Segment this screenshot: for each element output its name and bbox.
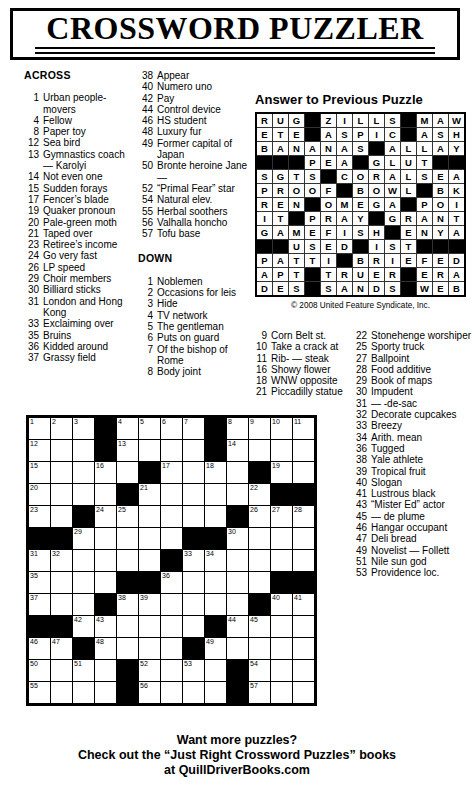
- cell-r9c3[interactable]: [73, 594, 94, 615]
- cell-r4c11[interactable]: 22: [249, 484, 270, 505]
- answer-letter-cell: E: [321, 156, 336, 169]
- cell-r7c3[interactable]: [73, 550, 94, 571]
- cell-r2c11[interactable]: [249, 440, 270, 461]
- clue-text: Quaker pronoun: [39, 205, 115, 216]
- clue-number: 39: [352, 466, 367, 477]
- cell-r4c4[interactable]: [95, 484, 116, 505]
- cell-r3c10[interactable]: [227, 462, 248, 483]
- clue-number: 29: [352, 375, 367, 386]
- down-clue-22: 22Stonehenge worshiper: [352, 330, 472, 341]
- answer-letter-cell: D: [257, 282, 272, 295]
- cell-r7c8[interactable]: 33: [183, 550, 204, 571]
- answer-letter-cell: O: [289, 184, 304, 197]
- cell-r2c7[interactable]: [161, 440, 182, 461]
- cell-number: 22: [250, 484, 258, 492]
- answer-panel-heading: Answer to Previous Puzzle: [255, 92, 469, 107]
- across-clue-40: 40Numero uno: [138, 81, 252, 92]
- cell-r2c2[interactable]: [51, 440, 72, 461]
- clue-number: 48: [138, 126, 153, 137]
- cell-number: 13: [118, 440, 126, 448]
- cell-r5c13[interactable]: 28: [293, 506, 314, 527]
- answer-letter-cell: S: [257, 170, 272, 183]
- cell-r4c7[interactable]: [161, 484, 182, 505]
- clue-number: 31: [352, 398, 367, 409]
- answer-letter-cell: G: [369, 198, 384, 211]
- clue-number: 21: [252, 386, 267, 397]
- answer-letter-cell: N: [417, 226, 432, 239]
- across-clue-35: 35Bruins: [24, 330, 136, 341]
- answer-letter-cell: O: [321, 198, 336, 211]
- answer-black-cell: [305, 114, 320, 127]
- answer-letter-cell: L: [369, 114, 384, 127]
- cell-r8c3[interactable]: [73, 572, 94, 593]
- clue-number: 26: [24, 262, 39, 273]
- cell-r4c9[interactable]: [205, 484, 226, 505]
- across-clue-37: 37Grassy field: [24, 352, 136, 363]
- clue-text: Arith. mean: [367, 432, 422, 443]
- answer-letter-cell: L: [385, 156, 400, 169]
- answer-letter-cell: M: [417, 114, 432, 127]
- cell-r8c1[interactable]: 35: [29, 572, 50, 593]
- answer-letter-cell: N: [289, 198, 304, 211]
- clue-number: 16: [252, 364, 267, 375]
- answer-letter-cell: P: [257, 184, 272, 197]
- answer-letter-cell: C: [385, 128, 400, 141]
- cell-r10c12[interactable]: [271, 616, 292, 637]
- cell-r12c12[interactable]: [271, 660, 292, 681]
- answer-letter-cell: A: [337, 156, 352, 169]
- cell-r12c3[interactable]: 51: [73, 660, 94, 681]
- cell-r3c12[interactable]: 19: [271, 462, 292, 483]
- black-cell-r1c4: [95, 418, 116, 439]
- answer-letter-cell: R: [321, 212, 336, 225]
- clue-number: 38: [352, 454, 367, 465]
- answer-black-cell: [257, 240, 272, 253]
- answer-letter-cell: M: [337, 198, 352, 211]
- across-clue-12: 12Sea bird: [24, 137, 136, 148]
- cell-r2c1[interactable]: 12: [29, 440, 50, 461]
- black-cell-r3c11: [249, 462, 270, 483]
- cell-r2c13[interactable]: [293, 440, 314, 461]
- cell-r7c4[interactable]: [95, 550, 116, 571]
- cell-r9c10[interactable]: [227, 594, 248, 615]
- cell-r6c5[interactable]: [117, 528, 138, 549]
- cell-r10c11[interactable]: 45: [249, 616, 270, 637]
- cell-r7c11[interactable]: [249, 550, 270, 571]
- answer-letter-cell: B: [257, 142, 272, 155]
- answer-letter-cell: F: [321, 226, 336, 239]
- cell-r9c9[interactable]: [205, 594, 226, 615]
- cell-r2c3[interactable]: [73, 440, 94, 461]
- cell-r6c11[interactable]: [249, 528, 270, 549]
- cell-r7c13[interactable]: [293, 550, 314, 571]
- cell-number: 55: [30, 682, 38, 690]
- cell-r9c6[interactable]: 39: [139, 594, 160, 615]
- cell-number: 41: [294, 594, 302, 602]
- cell-r6c12[interactable]: [271, 528, 292, 549]
- cell-r1c5[interactable]: 4: [117, 418, 138, 439]
- answer-black-cell: [289, 212, 304, 225]
- cell-r1c6[interactable]: 5: [139, 418, 160, 439]
- answer-black-cell: [305, 198, 320, 211]
- cell-r10c6[interactable]: [139, 616, 160, 637]
- clue-text: Retiree’s income: [39, 239, 117, 250]
- clue-number: 6: [138, 332, 153, 343]
- cell-r11c5[interactable]: [117, 638, 138, 659]
- cell-r7c9[interactable]: 34: [205, 550, 226, 571]
- clue-number: 20: [24, 217, 39, 228]
- cell-number: 56: [140, 682, 148, 690]
- cell-r12c2[interactable]: [51, 660, 72, 681]
- cell-r7c12[interactable]: [271, 550, 292, 571]
- cell-number: 25: [118, 506, 126, 514]
- down-clue-8: 8Body joint: [138, 366, 252, 377]
- down-clue-21: 21Piccadilly statue: [252, 386, 352, 397]
- answer-letter-cell: A: [305, 142, 320, 155]
- clue-number: 7: [138, 344, 153, 367]
- cell-r6c7[interactable]: [161, 528, 182, 549]
- cell-r8c10[interactable]: [227, 572, 248, 593]
- cell-r10c13[interactable]: [293, 616, 314, 637]
- clue-text: Bruins: [39, 330, 71, 341]
- cell-r3c2[interactable]: [51, 462, 72, 483]
- cell-r9c12[interactable]: 40: [271, 594, 292, 615]
- clue-text: WNW opposite: [267, 375, 338, 386]
- clue-text: Urban people-movers: [39, 92, 136, 115]
- cell-r2c10[interactable]: 14: [227, 440, 248, 461]
- cell-r1c3[interactable]: 3: [73, 418, 94, 439]
- cell-r9c2[interactable]: [51, 594, 72, 615]
- cell-r6c6[interactable]: [139, 528, 160, 549]
- cell-r9c1[interactable]: 37: [29, 594, 50, 615]
- answer-letter-cell: M: [289, 226, 304, 239]
- cell-r13c11[interactable]: 57: [249, 682, 270, 703]
- answer-letter-cell: P: [257, 254, 272, 267]
- cell-r10c8[interactable]: [183, 616, 204, 637]
- black-cell-r6c9: [205, 528, 226, 549]
- cell-r8c2[interactable]: [51, 572, 72, 593]
- cell-r2c8[interactable]: [183, 440, 204, 461]
- cell-number: 23: [30, 506, 38, 514]
- down-clue-9: 9Corn Belt st.: [252, 330, 352, 341]
- cell-r11c7[interactable]: [161, 638, 182, 659]
- cell-number: 39: [140, 594, 148, 602]
- down-clue-6: 6Puts on guard: [138, 332, 252, 343]
- black-cell-r5c10: [227, 506, 248, 527]
- cell-r11c10[interactable]: [227, 638, 248, 659]
- cell-number: 30: [228, 528, 236, 536]
- answer-black-cell: [305, 282, 320, 295]
- cell-r5c1[interactable]: 23: [29, 506, 50, 527]
- cell-r13c4[interactable]: [95, 682, 116, 703]
- clue-number: 29: [24, 273, 39, 284]
- cell-r11c12[interactable]: [271, 638, 292, 659]
- cell-r11c1[interactable]: 46: [29, 638, 50, 659]
- cell-r13c2[interactable]: [51, 682, 72, 703]
- cell-r10c3[interactable]: 42: [73, 616, 94, 637]
- clue-number: 47: [352, 533, 367, 544]
- answer-letter-cell: S: [305, 240, 320, 253]
- cell-r5c6[interactable]: [139, 506, 160, 527]
- answer-letter-cell: C: [337, 170, 352, 183]
- black-cell-r10c1: [29, 616, 50, 637]
- answer-letter-cell: E: [401, 254, 416, 267]
- answer-letter-cell: S: [337, 128, 352, 141]
- cell-r5c4[interactable]: 24: [95, 506, 116, 527]
- answer-letter-cell: D: [369, 282, 384, 295]
- cell-r9c5[interactable]: 38: [117, 594, 138, 615]
- cell-r12c1[interactable]: 50: [29, 660, 50, 681]
- cell-number: 5: [140, 418, 144, 426]
- clue-text: Lustrous black: [367, 488, 435, 499]
- down-clue-3: 3Hide: [138, 298, 252, 309]
- down-clue-45: 45— de plume: [352, 511, 472, 522]
- cell-r6c3[interactable]: 29: [73, 528, 94, 549]
- cell-r8c4[interactable]: [95, 572, 116, 593]
- across-clue-15: 15Sudden forays: [24, 183, 136, 194]
- answer-grid: RUGZILLSMAWETEASPICASHBANANASALLAYPEAGLU…: [255, 112, 466, 297]
- cell-r5c11[interactable]: 26: [249, 506, 270, 527]
- footer-line-3: at QuillDriverBooks.com: [0, 763, 474, 778]
- cell-number: 37: [30, 594, 38, 602]
- answer-letter-cell: A: [449, 226, 464, 239]
- answer-letter-cell: A: [257, 268, 272, 281]
- cell-r2c12[interactable]: [271, 440, 292, 461]
- across-clue-21: 21Taped over: [24, 228, 136, 239]
- cell-r13c3[interactable]: [73, 682, 94, 703]
- black-cell-r4c5: [117, 484, 138, 505]
- cell-r6c10[interactable]: 30: [227, 528, 248, 549]
- cell-r12c11[interactable]: 54: [249, 660, 270, 681]
- cell-r3c3[interactable]: [73, 462, 94, 483]
- cell-r1c1[interactable]: 1: [29, 418, 50, 439]
- cell-r11c6[interactable]: [139, 638, 160, 659]
- cell-r13c13[interactable]: [293, 682, 314, 703]
- cell-r3c1[interactable]: 15: [29, 462, 50, 483]
- cell-number: 35: [30, 572, 38, 580]
- cell-r5c12[interactable]: 27: [271, 506, 292, 527]
- answer-letter-cell: R: [369, 170, 384, 183]
- cell-r10c7[interactable]: [161, 616, 182, 637]
- across-clue-49: 49Former capital of Japan: [138, 138, 252, 161]
- cell-r3c4[interactable]: 16: [95, 462, 116, 483]
- cell-number: 38: [118, 594, 126, 602]
- cell-number: 27: [272, 506, 280, 514]
- answer-black-cell: [433, 156, 448, 169]
- clue-number: 40: [352, 477, 367, 488]
- cell-number: 19: [272, 462, 280, 470]
- cell-r5c7[interactable]: [161, 506, 182, 527]
- cell-number: 12: [30, 440, 38, 448]
- cell-r3c7[interactable]: 17: [161, 462, 182, 483]
- down-clue-18: 18WNW opposite: [252, 375, 352, 386]
- clue-number: 2: [138, 287, 153, 298]
- cell-r12c4[interactable]: [95, 660, 116, 681]
- cell-r10c5[interactable]: [117, 616, 138, 637]
- cell-r1c11[interactable]: 9: [249, 418, 270, 439]
- crossword-page: CROSSWORD PUZZLER ACROSS 1Urban people-m…: [0, 0, 474, 797]
- answer-letter-cell: W: [449, 114, 464, 127]
- cell-r13c12[interactable]: [271, 682, 292, 703]
- cell-r8c7[interactable]: 36: [161, 572, 182, 593]
- cell-r13c9[interactable]: [205, 682, 226, 703]
- cell-r8c9[interactable]: [205, 572, 226, 593]
- cell-r1c12[interactable]: 10: [271, 418, 292, 439]
- cell-r2c5[interactable]: 13: [117, 440, 138, 461]
- clue-text: Hide: [153, 298, 178, 309]
- cell-number: 11: [294, 418, 301, 426]
- cell-r13c1[interactable]: 55: [29, 682, 50, 703]
- clue-text: Former capital of Japan: [153, 138, 252, 161]
- cell-r10c10[interactable]: 44: [227, 616, 248, 637]
- cell-r3c8[interactable]: [183, 462, 204, 483]
- answer-letter-cell: I: [449, 198, 464, 211]
- cell-r7c10[interactable]: [227, 550, 248, 571]
- cell-r1c2[interactable]: 2: [51, 418, 72, 439]
- clue-number: 49: [352, 545, 367, 556]
- clue-text: Decorate cupcakes: [367, 409, 457, 420]
- cell-r4c1[interactable]: 20: [29, 484, 50, 505]
- title-box: CROSSWORD PUZZLER: [10, 8, 460, 60]
- cell-r7c6[interactable]: [139, 550, 160, 571]
- answer-letter-cell: T: [289, 254, 304, 267]
- answer-letter-cell: T: [289, 170, 304, 183]
- clue-number: 28: [352, 364, 367, 375]
- answer-letter-cell: E: [353, 198, 368, 211]
- answer-black-cell: [337, 254, 352, 267]
- cell-r12c9[interactable]: [205, 660, 226, 681]
- black-cell-r10c2: [51, 616, 72, 637]
- cell-r6c4[interactable]: [95, 528, 116, 549]
- cell-r2c6[interactable]: [139, 440, 160, 461]
- cell-number: 31: [30, 550, 38, 558]
- cell-r12c6[interactable]: 52: [139, 660, 160, 681]
- cell-r3c9[interactable]: 18: [205, 462, 226, 483]
- answer-letter-cell: T: [305, 254, 320, 267]
- down-clue-27: 27Ballpoint: [352, 353, 472, 364]
- answer-letter-cell: A: [273, 226, 288, 239]
- clue-text: Take a crack at: [267, 341, 338, 352]
- cell-number: 36: [162, 572, 170, 580]
- cell-r11c13[interactable]: [293, 638, 314, 659]
- down-clue-51: 51Nile sun god: [352, 556, 472, 567]
- cell-r1c7[interactable]: 6: [161, 418, 182, 439]
- cell-r4c10[interactable]: [227, 484, 248, 505]
- clue-text: Food additive: [367, 364, 431, 375]
- copyright-line: © 2008 United Feature Syndicate, Inc.: [255, 301, 466, 310]
- clue-text: Fellow: [39, 115, 72, 126]
- cell-r3c13[interactable]: [293, 462, 314, 483]
- across-clue-23: 23Retiree’s income: [24, 239, 136, 250]
- cell-r4c8[interactable]: [183, 484, 204, 505]
- answer-letter-cell: D: [337, 240, 352, 253]
- cell-r7c5[interactable]: [117, 550, 138, 571]
- page-title: CROSSWORD PUZZLER: [13, 11, 457, 46]
- answer-black-cell: [305, 268, 320, 281]
- across-clue-8: 8Paper toy: [24, 126, 136, 137]
- cell-r4c3[interactable]: [73, 484, 94, 505]
- cell-r12c8[interactable]: 53: [183, 660, 204, 681]
- cell-number: 42: [74, 616, 82, 624]
- cell-r5c5[interactable]: 25: [117, 506, 138, 527]
- clue-text: London and Hong Kong: [39, 296, 136, 319]
- clue-number: 33: [24, 318, 39, 329]
- cell-r9c7[interactable]: [161, 594, 182, 615]
- across-clue-14: 14Not even one: [24, 171, 136, 182]
- answer-black-cell: [449, 156, 464, 169]
- clue-number: 25: [352, 341, 367, 352]
- clue-text: Corn Belt st.: [267, 330, 326, 341]
- answer-letter-cell: S: [385, 114, 400, 127]
- cell-r11c11[interactable]: [249, 638, 270, 659]
- cell-r9c13[interactable]: 41: [293, 594, 314, 615]
- answer-letter-cell: T: [321, 268, 336, 281]
- clue-text: — -de-sac: [367, 398, 417, 409]
- cell-r5c2[interactable]: [51, 506, 72, 527]
- answer-black-cell: [273, 240, 288, 253]
- cell-r5c9[interactable]: [205, 506, 226, 527]
- cell-r10c4[interactable]: 43: [95, 616, 116, 637]
- clue-number: 37: [24, 352, 39, 363]
- clue-number: 15: [24, 183, 39, 194]
- footer-line-1: Want more puzzles?: [0, 733, 474, 748]
- across-clue-31: 31London and Hong Kong: [24, 296, 136, 319]
- across-clue-1: 1Urban people-movers: [24, 92, 136, 115]
- cell-r13c6[interactable]: 56: [139, 682, 160, 703]
- answer-letter-cell: I: [257, 212, 272, 225]
- cell-r6c13[interactable]: [293, 528, 314, 549]
- cell-r1c8[interactable]: 7: [183, 418, 204, 439]
- answer-black-cell: [289, 156, 304, 169]
- clue-text: HS student: [153, 115, 206, 126]
- across-clue-29: 29Choir members: [24, 273, 136, 284]
- cell-r1c13[interactable]: 11: [293, 418, 314, 439]
- answer-letter-cell: A: [337, 142, 352, 155]
- cell-r3c5[interactable]: [117, 462, 138, 483]
- cell-r5c8[interactable]: [183, 506, 204, 527]
- cell-number: 21: [140, 484, 148, 492]
- answer-letter-cell: F: [417, 254, 432, 267]
- cell-r11c9[interactable]: 49: [205, 638, 226, 659]
- cell-r7c2[interactable]: 32: [51, 550, 72, 571]
- cell-r9c8[interactable]: [183, 594, 204, 615]
- answer-black-cell: [257, 156, 272, 169]
- cell-number: 51: [74, 660, 82, 668]
- cell-r7c1[interactable]: 31: [29, 550, 50, 571]
- cell-r4c6[interactable]: 21: [139, 484, 160, 505]
- cell-r4c2[interactable]: [51, 484, 72, 505]
- answer-letter-cell: A: [337, 282, 352, 295]
- cell-r13c8[interactable]: [183, 682, 204, 703]
- across-clue-44: 44Control device: [138, 104, 252, 115]
- cell-r13c7[interactable]: [161, 682, 182, 703]
- across-clue-13: 13Gymnastics coach — Karolyi: [24, 149, 136, 172]
- cell-r8c8[interactable]: [183, 572, 204, 593]
- answer-black-cell: [417, 184, 432, 197]
- answer-letter-cell: I: [337, 114, 352, 127]
- clue-number: 13: [24, 149, 39, 172]
- cell-r8c11[interactable]: [249, 572, 270, 593]
- clue-number: 18: [252, 375, 267, 386]
- cell-r11c4[interactable]: 48: [95, 638, 116, 659]
- clue-text: Natural elev.: [153, 194, 212, 205]
- cell-r12c7[interactable]: [161, 660, 182, 681]
- cell-r11c2[interactable]: 47: [51, 638, 72, 659]
- cell-r12c13[interactable]: [293, 660, 314, 681]
- answer-letter-cell: T: [401, 240, 416, 253]
- cell-r1c10[interactable]: 8: [227, 418, 248, 439]
- answer-letter-cell: Z: [321, 114, 336, 127]
